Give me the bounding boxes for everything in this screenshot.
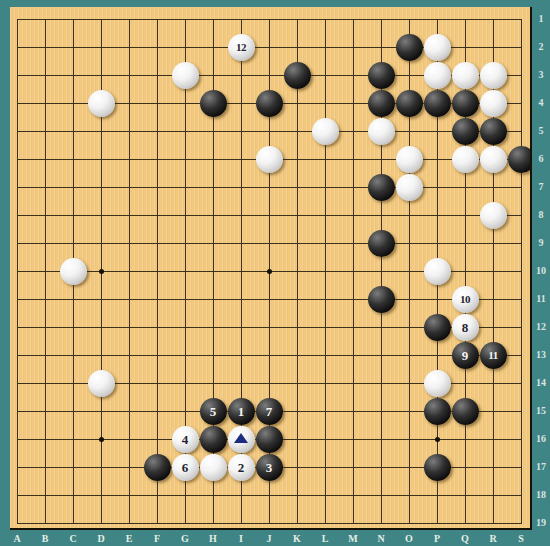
- row-label-16: 16: [533, 434, 549, 444]
- intersection-I15: 1: [227, 397, 255, 425]
- column-label-G: G: [181, 532, 189, 546]
- go-stone-white-N5[interactable]: [368, 118, 395, 145]
- go-diagram-window: 121089115174623 ABCDEFGHIJKLMNOPQRS 1234…: [0, 0, 550, 546]
- move-number-label: 7: [266, 404, 273, 418]
- go-stone-white-Q3[interactable]: [452, 62, 479, 89]
- move-number-label: 2: [238, 460, 245, 474]
- intersection-G16: 4: [171, 425, 199, 453]
- row-label-19: 19: [533, 518, 549, 528]
- row-label-14: 14: [533, 378, 549, 388]
- move-number-label: 11: [488, 349, 497, 361]
- intersection-I16: [227, 425, 255, 453]
- go-stone-white-R4[interactable]: [480, 90, 507, 117]
- go-stone-black-Q13[interactable]: 9: [452, 342, 479, 369]
- intersection-N11: [367, 285, 395, 313]
- intersection-S6: [507, 145, 532, 173]
- intersection-Q13: 9: [451, 341, 479, 369]
- column-label-Q: Q: [461, 532, 469, 546]
- move-number-label: 4: [182, 432, 189, 446]
- intersection-Q12: 8: [451, 313, 479, 341]
- intersection-P3: [423, 61, 451, 89]
- move-number-label: 8: [462, 320, 469, 334]
- go-stone-black-P12[interactable]: [424, 314, 451, 341]
- go-stone-black-N3[interactable]: [368, 62, 395, 89]
- go-stone-black-N4[interactable]: [368, 90, 395, 117]
- row-label-18: 18: [533, 490, 549, 500]
- intersection-R8: [479, 201, 507, 229]
- go-stone-black-P15[interactable]: [424, 398, 451, 425]
- go-stone-black-Q5[interactable]: [452, 118, 479, 145]
- row-label-13: 13: [533, 350, 549, 360]
- intersection-Q15: [451, 397, 479, 425]
- go-stone-white-J6[interactable]: [256, 146, 283, 173]
- go-stone-black-H15[interactable]: 5: [200, 398, 227, 425]
- go-stone-black-O4[interactable]: [396, 90, 423, 117]
- intersection-L5: [311, 117, 339, 145]
- intersection-P2: [423, 33, 451, 61]
- star-point-dot: [99, 437, 104, 442]
- go-stone-white-O7[interactable]: [396, 174, 423, 201]
- intersection-J15: 7: [255, 397, 283, 425]
- go-stone-white-H17[interactable]: [200, 454, 227, 481]
- go-stone-black-H4[interactable]: [200, 90, 227, 117]
- row-label-4: 4: [533, 98, 549, 108]
- move-number-label: 9: [462, 348, 469, 362]
- go-stone-black-J15[interactable]: 7: [256, 398, 283, 425]
- intersection-N4: [367, 89, 395, 117]
- row-label-1: 1: [533, 14, 549, 24]
- go-stone-black-Q15[interactable]: [452, 398, 479, 425]
- intersection-R13: 11: [479, 341, 507, 369]
- star-point-dot: [267, 269, 272, 274]
- go-stone-white-I16[interactable]: [228, 426, 255, 453]
- go-stone-black-N9[interactable]: [368, 230, 395, 257]
- intersection-P14: [423, 369, 451, 397]
- column-label-B: B: [42, 532, 49, 546]
- column-label-S: S: [518, 532, 524, 546]
- row-label-7: 7: [533, 182, 549, 192]
- row-label-9: 9: [533, 238, 549, 248]
- go-stone-black-N11[interactable]: [368, 286, 395, 313]
- intersection-H17: [199, 453, 227, 481]
- intersection-Q6: [451, 145, 479, 173]
- go-stone-white-I17[interactable]: 2: [228, 454, 255, 481]
- intersection-Q3: [451, 61, 479, 89]
- go-stone-black-P17[interactable]: [424, 454, 451, 481]
- intersection-H16: [199, 425, 227, 453]
- column-label-P: P: [434, 532, 440, 546]
- move-number-label: 12: [236, 41, 246, 53]
- intersection-R5: [479, 117, 507, 145]
- column-label-H: H: [209, 532, 217, 546]
- intersection-N7: [367, 173, 395, 201]
- go-stone-black-K3[interactable]: [284, 62, 311, 89]
- intersection-I17: 2: [227, 453, 255, 481]
- go-stone-white-Q6[interactable]: [452, 146, 479, 173]
- intersection-P12: [423, 313, 451, 341]
- go-stone-white-G3[interactable]: [172, 62, 199, 89]
- go-stone-black-J4[interactable]: [256, 90, 283, 117]
- intersection-J6: [255, 145, 283, 173]
- intersection-D4: [87, 89, 115, 117]
- row-label-17: 17: [533, 462, 549, 472]
- intersection-G3: [171, 61, 199, 89]
- intersection-P4: [423, 89, 451, 117]
- row-label-10: 10: [533, 266, 549, 276]
- go-stone-white-P10[interactable]: [424, 258, 451, 285]
- go-stone-white-O6[interactable]: [396, 146, 423, 173]
- star-point-dot: [99, 269, 104, 274]
- go-stone-white-P14[interactable]: [424, 370, 451, 397]
- column-label-M: M: [348, 532, 357, 546]
- go-stone-black-J17[interactable]: 3: [256, 454, 283, 481]
- go-stone-white-R6[interactable]: [480, 146, 507, 173]
- go-stone-white-D4[interactable]: [88, 90, 115, 117]
- column-label-L: L: [322, 532, 329, 546]
- column-label-E: E: [126, 532, 133, 546]
- row-label-8: 8: [533, 210, 549, 220]
- intersection-N9: [367, 229, 395, 257]
- star-point: [423, 425, 451, 453]
- intersection-J4: [255, 89, 283, 117]
- move-number-label: 3: [266, 460, 273, 474]
- go-stone-black-S6[interactable]: [508, 146, 533, 173]
- column-label-R: R: [489, 532, 496, 546]
- go-stone-white-Q11[interactable]: 10: [452, 286, 479, 313]
- intersection-H4: [199, 89, 227, 117]
- go-board[interactable]: 121089115174623: [10, 7, 532, 530]
- intersection-Q4: [451, 89, 479, 117]
- go-stone-black-N7[interactable]: [368, 174, 395, 201]
- intersection-P17: [423, 453, 451, 481]
- row-label-11: 11: [533, 294, 549, 304]
- go-stone-white-D14[interactable]: [88, 370, 115, 397]
- column-label-A: A: [13, 532, 20, 546]
- row-label-15: 15: [533, 406, 549, 416]
- star-point: [87, 425, 115, 453]
- go-stone-white-R3[interactable]: [480, 62, 507, 89]
- go-stone-black-J16[interactable]: [256, 426, 283, 453]
- go-stone-white-I2[interactable]: 12: [228, 34, 255, 61]
- intersection-R3: [479, 61, 507, 89]
- go-stone-black-P4[interactable]: [424, 90, 451, 117]
- intersection-O2: [395, 33, 423, 61]
- go-stone-white-G17[interactable]: 6: [172, 454, 199, 481]
- go-stone-black-H16[interactable]: [200, 426, 227, 453]
- column-label-C: C: [69, 532, 76, 546]
- go-stone-white-Q12[interactable]: 8: [452, 314, 479, 341]
- go-stone-white-P2[interactable]: [424, 34, 451, 61]
- go-stone-white-L5[interactable]: [312, 118, 339, 145]
- column-label-N: N: [377, 532, 384, 546]
- intersection-N3: [367, 61, 395, 89]
- intersection-R6: [479, 145, 507, 173]
- column-label-D: D: [97, 532, 104, 546]
- go-stone-white-P3[interactable]: [424, 62, 451, 89]
- star-point-dot: [435, 437, 440, 442]
- row-label-3: 3: [533, 70, 549, 80]
- intersection-J16: [255, 425, 283, 453]
- intersection-Q11: 10: [451, 285, 479, 313]
- go-stone-black-O2[interactable]: [396, 34, 423, 61]
- go-board-grid: 121089115174623: [10, 7, 532, 530]
- column-label-I: I: [239, 532, 243, 546]
- triangle-mark-icon: [234, 433, 248, 443]
- intersection-N5: [367, 117, 395, 145]
- column-label-F: F: [154, 532, 160, 546]
- go-stone-black-F17[interactable]: [144, 454, 171, 481]
- intersection-K3: [283, 61, 311, 89]
- intersection-O6: [395, 145, 423, 173]
- go-stone-black-R13[interactable]: 11: [480, 342, 507, 369]
- go-stone-black-I15[interactable]: 1: [228, 398, 255, 425]
- row-label-12: 12: [533, 322, 549, 332]
- go-stone-white-G16[interactable]: 4: [172, 426, 199, 453]
- go-stone-white-R8[interactable]: [480, 202, 507, 229]
- intersection-I2: 12: [227, 33, 255, 61]
- go-stone-white-C10[interactable]: [60, 258, 87, 285]
- intersection-D14: [87, 369, 115, 397]
- intersection-G17: 6: [171, 453, 199, 481]
- intersection-P10: [423, 257, 451, 285]
- row-label-2: 2: [533, 42, 549, 52]
- move-number-label: 10: [460, 293, 470, 305]
- intersection-O4: [395, 89, 423, 117]
- column-label-K: K: [293, 532, 301, 546]
- star-point: [87, 257, 115, 285]
- go-stone-black-Q4[interactable]: [452, 90, 479, 117]
- column-label-O: O: [405, 532, 413, 546]
- intersection-F17: [143, 453, 171, 481]
- intersection-C10: [59, 257, 87, 285]
- star-point: [255, 257, 283, 285]
- move-number-label: 6: [182, 460, 189, 474]
- move-number-label: 1: [238, 404, 245, 418]
- intersection-J17: 3: [255, 453, 283, 481]
- column-label-J: J: [267, 532, 272, 546]
- intersection-P15: [423, 397, 451, 425]
- move-number-label: 5: [210, 404, 217, 418]
- intersection-R4: [479, 89, 507, 117]
- row-label-6: 6: [533, 154, 549, 164]
- intersection-O7: [395, 173, 423, 201]
- intersection-Q5: [451, 117, 479, 145]
- row-label-5: 5: [533, 126, 549, 136]
- intersection-H15: 5: [199, 397, 227, 425]
- go-stone-black-R5[interactable]: [480, 118, 507, 145]
